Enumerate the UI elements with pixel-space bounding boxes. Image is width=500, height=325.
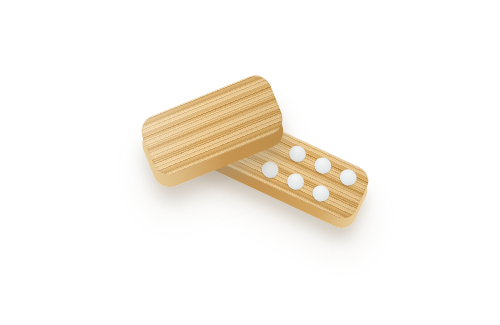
pip	[286, 143, 308, 165]
pip	[312, 155, 334, 177]
pip	[337, 167, 359, 189]
pip	[310, 183, 332, 205]
pip	[259, 159, 281, 181]
pip	[284, 171, 306, 193]
product-photo-scene	[0, 0, 500, 325]
